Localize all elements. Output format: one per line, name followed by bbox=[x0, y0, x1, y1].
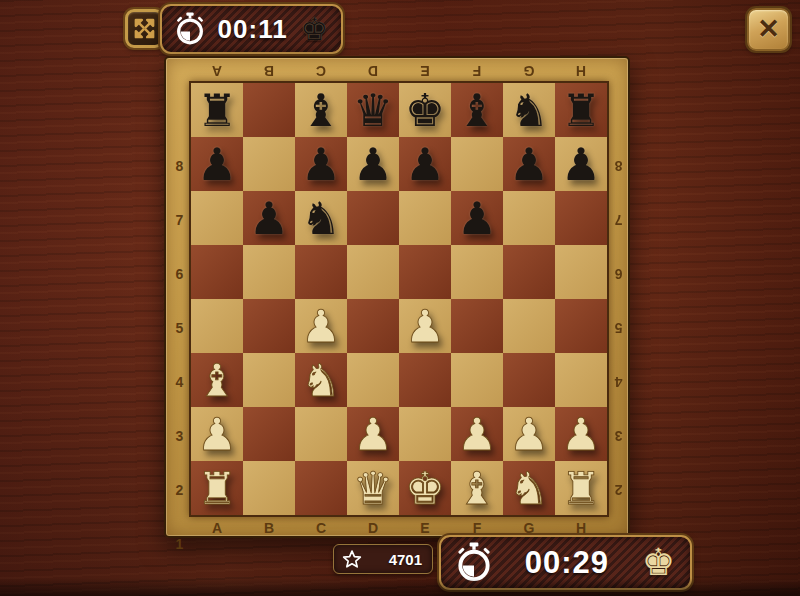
piece-black-pawn[interactable]: ♟ bbox=[457, 196, 497, 241]
file-label-g: G bbox=[503, 60, 555, 83]
square-f2[interactable]: ♟ bbox=[451, 407, 503, 461]
score-value: 4701 bbox=[389, 551, 422, 568]
square-c5[interactable] bbox=[295, 245, 347, 299]
close-button[interactable]: ✕ bbox=[747, 8, 790, 51]
stopwatch-icon bbox=[175, 12, 205, 46]
square-c1[interactable] bbox=[295, 461, 347, 515]
file-label-c: C bbox=[295, 517, 347, 538]
piece-white-pawn[interactable]: ♟ bbox=[561, 412, 601, 457]
rank-label-7: 7 bbox=[607, 193, 630, 247]
piece-white-rook[interactable]: ♜ bbox=[561, 466, 601, 511]
close-icon: ✕ bbox=[757, 16, 780, 43]
stopwatch-icon bbox=[456, 542, 492, 583]
square-g8[interactable]: ♞ bbox=[503, 83, 555, 137]
piece-black-pawn[interactable]: ♟ bbox=[561, 142, 601, 187]
square-h8[interactable]: ♜ bbox=[555, 83, 607, 137]
square-g4[interactable] bbox=[503, 299, 555, 353]
file-label-a: A bbox=[191, 517, 243, 538]
white-king-icon: ♚ bbox=[642, 544, 675, 581]
square-f3[interactable] bbox=[451, 353, 503, 407]
piece-black-pawn[interactable]: ♟ bbox=[353, 142, 393, 187]
square-b4[interactable] bbox=[243, 299, 295, 353]
rank-label-4: 4 bbox=[168, 355, 191, 409]
rank-labels-right: 87654321 bbox=[607, 139, 630, 571]
board-squares: ♜♝♛♚♝♞♜♟♟♟♟♟♟♟♞♟♟♟♝♞♟♟♟♟♟♜♛♚♝♞♜ bbox=[189, 81, 609, 517]
square-g6[interactable] bbox=[503, 191, 555, 245]
piece-black-bishop[interactable]: ♝ bbox=[301, 88, 341, 133]
black-king-icon: ♚ bbox=[300, 14, 328, 45]
piece-black-queen[interactable]: ♛ bbox=[353, 88, 393, 133]
square-b6[interactable]: ♟ bbox=[243, 191, 295, 245]
rank-label-3: 3 bbox=[168, 409, 191, 463]
piece-white-bishop[interactable]: ♝ bbox=[457, 466, 497, 511]
square-b3[interactable] bbox=[243, 353, 295, 407]
square-g1[interactable]: ♞ bbox=[503, 461, 555, 515]
piece-black-bishop[interactable]: ♝ bbox=[457, 88, 497, 133]
square-f8[interactable]: ♝ bbox=[451, 83, 503, 137]
rank-label-5: 5 bbox=[607, 301, 630, 355]
square-a8[interactable]: ♜ bbox=[191, 83, 243, 137]
piece-white-bishop[interactable]: ♝ bbox=[197, 358, 237, 403]
piece-black-knight[interactable]: ♞ bbox=[301, 196, 341, 241]
square-e3[interactable] bbox=[399, 353, 451, 407]
square-b1[interactable] bbox=[243, 461, 295, 515]
piece-black-knight[interactable]: ♞ bbox=[509, 88, 549, 133]
rank-label-3: 3 bbox=[607, 409, 630, 463]
piece-black-pawn[interactable]: ♟ bbox=[197, 142, 237, 187]
square-f1[interactable]: ♝ bbox=[451, 461, 503, 515]
file-label-c: C bbox=[295, 60, 347, 83]
square-c8[interactable]: ♝ bbox=[295, 83, 347, 137]
file-label-d: D bbox=[347, 517, 399, 538]
piece-white-pawn[interactable]: ♟ bbox=[301, 304, 341, 349]
piece-black-rook[interactable]: ♜ bbox=[197, 88, 237, 133]
file-label-f: F bbox=[451, 60, 503, 83]
piece-white-queen[interactable]: ♛ bbox=[353, 466, 393, 511]
square-a2[interactable]: ♟ bbox=[191, 407, 243, 461]
rank-labels-left: 87654321 bbox=[168, 139, 191, 571]
score-panel: 4701 bbox=[333, 544, 433, 574]
rank-label-2: 2 bbox=[607, 463, 630, 517]
square-c3[interactable]: ♞ bbox=[295, 353, 347, 407]
square-f6[interactable]: ♟ bbox=[451, 191, 503, 245]
file-label-b: B bbox=[243, 60, 295, 83]
square-g2[interactable]: ♟ bbox=[503, 407, 555, 461]
square-d8[interactable]: ♛ bbox=[347, 83, 399, 137]
rank-label-1: 1 bbox=[168, 517, 191, 571]
file-label-e: E bbox=[399, 60, 451, 83]
square-h7[interactable]: ♟ bbox=[555, 137, 607, 191]
square-d2[interactable]: ♟ bbox=[347, 407, 399, 461]
black-clock-panel: 00:11 ♚ bbox=[160, 4, 343, 54]
square-e8[interactable]: ♚ bbox=[399, 83, 451, 137]
file-label-h: H bbox=[555, 60, 607, 83]
file-label-a: A bbox=[191, 60, 243, 83]
square-h4[interactable] bbox=[555, 299, 607, 353]
piece-white-pawn[interactable]: ♟ bbox=[197, 412, 237, 457]
rank-label-8: 8 bbox=[607, 139, 630, 193]
square-e1[interactable]: ♚ bbox=[399, 461, 451, 515]
square-h2[interactable]: ♟ bbox=[555, 407, 607, 461]
square-h5[interactable] bbox=[555, 245, 607, 299]
square-b7[interactable] bbox=[243, 137, 295, 191]
square-a1[interactable]: ♜ bbox=[191, 461, 243, 515]
piece-white-pawn[interactable]: ♟ bbox=[353, 412, 393, 457]
square-b2[interactable] bbox=[243, 407, 295, 461]
rank-label-4: 4 bbox=[607, 355, 630, 409]
file-label-e: E bbox=[399, 517, 451, 538]
square-c4[interactable]: ♟ bbox=[295, 299, 347, 353]
square-a4[interactable] bbox=[191, 299, 243, 353]
piece-white-pawn[interactable]: ♟ bbox=[457, 412, 497, 457]
rank-label-6: 6 bbox=[607, 247, 630, 301]
square-e7[interactable]: ♟ bbox=[399, 137, 451, 191]
piece-white-king[interactable]: ♚ bbox=[405, 466, 445, 511]
file-label-d: D bbox=[347, 60, 399, 83]
piece-black-pawn[interactable]: ♟ bbox=[301, 142, 341, 187]
rank-label-8: 8 bbox=[168, 139, 191, 193]
square-g5[interactable] bbox=[503, 245, 555, 299]
square-a6[interactable] bbox=[191, 191, 243, 245]
fullscreen-button[interactable] bbox=[125, 9, 164, 48]
square-h3[interactable] bbox=[555, 353, 607, 407]
piece-black-rook[interactable]: ♜ bbox=[561, 88, 601, 133]
star-icon bbox=[342, 549, 362, 569]
square-d6[interactable] bbox=[347, 191, 399, 245]
square-d7[interactable]: ♟ bbox=[347, 137, 399, 191]
square-c7[interactable]: ♟ bbox=[295, 137, 347, 191]
file-label-b: B bbox=[243, 517, 295, 538]
piece-white-pawn[interactable]: ♟ bbox=[405, 304, 445, 349]
square-d5[interactable] bbox=[347, 245, 399, 299]
rank-label-6: 6 bbox=[168, 247, 191, 301]
piece-white-knight[interactable]: ♞ bbox=[509, 466, 549, 511]
expand-arrows-icon bbox=[133, 17, 156, 40]
chess-board: ♜♝♛♚♝♞♜♟♟♟♟♟♟♟♞♟♟♟♝♞♟♟♟♟♟♜♛♚♝♞♜ 87654321… bbox=[164, 56, 630, 538]
square-c6[interactable]: ♞ bbox=[295, 191, 347, 245]
square-a5[interactable] bbox=[191, 245, 243, 299]
white-clock-time: 00:29 bbox=[525, 545, 609, 581]
square-f5[interactable] bbox=[451, 245, 503, 299]
piece-black-king[interactable]: ♚ bbox=[405, 88, 445, 133]
file-labels-top: ABCDEFGH bbox=[191, 60, 607, 83]
square-c2[interactable] bbox=[295, 407, 347, 461]
square-b8[interactable] bbox=[243, 83, 295, 137]
square-h6[interactable] bbox=[555, 191, 607, 245]
piece-black-pawn[interactable]: ♟ bbox=[509, 142, 549, 187]
white-clock-panel: 00:29 ♚ bbox=[439, 535, 692, 590]
rank-label-5: 5 bbox=[168, 301, 191, 355]
square-e5[interactable] bbox=[399, 245, 451, 299]
square-d1[interactable]: ♛ bbox=[347, 461, 399, 515]
rank-label-2: 2 bbox=[168, 463, 191, 517]
piece-black-pawn[interactable]: ♟ bbox=[249, 196, 289, 241]
square-e2[interactable] bbox=[399, 407, 451, 461]
square-a3[interactable]: ♝ bbox=[191, 353, 243, 407]
rank-label-7: 7 bbox=[168, 193, 191, 247]
piece-white-rook[interactable]: ♜ bbox=[197, 466, 237, 511]
piece-white-pawn[interactable]: ♟ bbox=[509, 412, 549, 457]
square-a7[interactable]: ♟ bbox=[191, 137, 243, 191]
square-e4[interactable]: ♟ bbox=[399, 299, 451, 353]
game-window: 00:11 ♚ ✕ ♜♝♛♚♝♞♜♟♟♟♟♟♟♟♞♟♟♟♝♞♟♟♟♟♟♜♛♚♝♞… bbox=[0, 0, 800, 596]
square-h1[interactable]: ♜ bbox=[555, 461, 607, 515]
square-d4[interactable] bbox=[347, 299, 399, 353]
square-b5[interactable] bbox=[243, 245, 295, 299]
square-g7[interactable]: ♟ bbox=[503, 137, 555, 191]
square-f4[interactable] bbox=[451, 299, 503, 353]
square-f7[interactable] bbox=[451, 137, 503, 191]
piece-white-knight[interactable]: ♞ bbox=[301, 358, 341, 403]
square-g3[interactable] bbox=[503, 353, 555, 407]
square-e6[interactable] bbox=[399, 191, 451, 245]
black-clock-time: 00:11 bbox=[218, 14, 288, 45]
square-d3[interactable] bbox=[347, 353, 399, 407]
piece-black-pawn[interactable]: ♟ bbox=[405, 142, 445, 187]
